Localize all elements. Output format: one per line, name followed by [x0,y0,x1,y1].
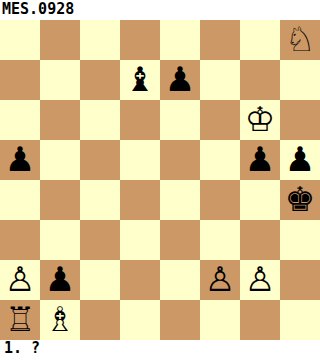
piece-black-king[interactable]: ♚ [285,179,315,219]
square-h1[interactable] [280,300,320,340]
square-f2[interactable]: ♙ [200,260,240,300]
square-b5[interactable] [40,140,80,180]
square-f5[interactable] [200,140,240,180]
square-c1[interactable] [80,300,120,340]
square-c7[interactable] [80,60,120,100]
piece-black-pawn[interactable]: ♟ [285,139,315,179]
square-e4[interactable] [160,180,200,220]
square-b3[interactable] [40,220,80,260]
square-a8[interactable] [0,20,40,60]
square-c2[interactable] [80,260,120,300]
square-g7[interactable] [240,60,280,100]
square-f1[interactable] [200,300,240,340]
square-a4[interactable] [0,180,40,220]
square-d2[interactable] [120,260,160,300]
puzzle-id-title: MES.0928 [2,0,74,20]
square-g4[interactable] [240,180,280,220]
square-c8[interactable] [80,20,120,60]
square-c6[interactable] [80,100,120,140]
square-g2[interactable]: ♙ [240,260,280,300]
piece-black-pawn[interactable]: ♟ [45,259,75,299]
chess-board: ♘♝♟♔♟♟♟♚♙♟♙♙♖♗ [0,20,320,340]
piece-white-king[interactable]: ♔ [245,99,275,139]
square-d5[interactable] [120,140,160,180]
piece-white-pawn[interactable]: ♙ [245,259,275,299]
square-e5[interactable] [160,140,200,180]
square-d6[interactable] [120,100,160,140]
piece-white-pawn[interactable]: ♙ [205,259,235,299]
square-b1[interactable]: ♗ [40,300,80,340]
square-c3[interactable] [80,220,120,260]
square-g3[interactable] [240,220,280,260]
piece-white-pawn[interactable]: ♙ [5,259,35,299]
square-f3[interactable] [200,220,240,260]
piece-black-pawn[interactable]: ♟ [165,59,195,99]
square-e7[interactable]: ♟ [160,60,200,100]
piece-white-bishop[interactable]: ♗ [45,299,75,339]
square-a7[interactable] [0,60,40,100]
square-c5[interactable] [80,140,120,180]
square-e2[interactable] [160,260,200,300]
square-e1[interactable] [160,300,200,340]
square-h3[interactable] [280,220,320,260]
square-d4[interactable] [120,180,160,220]
square-e8[interactable] [160,20,200,60]
square-c4[interactable] [80,180,120,220]
square-a3[interactable] [0,220,40,260]
square-a6[interactable] [0,100,40,140]
square-a5[interactable]: ♟ [0,140,40,180]
piece-black-pawn[interactable]: ♟ [5,139,35,179]
square-f4[interactable] [200,180,240,220]
square-f6[interactable] [200,100,240,140]
square-h8[interactable]: ♘ [280,20,320,60]
piece-black-pawn[interactable]: ♟ [245,139,275,179]
square-f7[interactable] [200,60,240,100]
square-b2[interactable]: ♟ [40,260,80,300]
square-f8[interactable] [200,20,240,60]
square-h4[interactable]: ♚ [280,180,320,220]
square-e6[interactable] [160,100,200,140]
square-h2[interactable] [280,260,320,300]
square-h6[interactable] [280,100,320,140]
square-g8[interactable] [240,20,280,60]
piece-black-bishop[interactable]: ♝ [125,59,155,99]
square-g5[interactable]: ♟ [240,140,280,180]
square-a2[interactable]: ♙ [0,260,40,300]
square-b8[interactable] [40,20,80,60]
piece-white-rook[interactable]: ♖ [5,299,35,339]
square-e3[interactable] [160,220,200,260]
square-g6[interactable]: ♔ [240,100,280,140]
square-a1[interactable]: ♖ [0,300,40,340]
move-prompt: 1. ? [4,338,40,360]
square-b4[interactable] [40,180,80,220]
square-d3[interactable] [120,220,160,260]
square-d1[interactable] [120,300,160,340]
square-g1[interactable] [240,300,280,340]
square-h7[interactable] [280,60,320,100]
square-d8[interactable] [120,20,160,60]
square-d7[interactable]: ♝ [120,60,160,100]
square-b7[interactable] [40,60,80,100]
square-h5[interactable]: ♟ [280,140,320,180]
square-b6[interactable] [40,100,80,140]
piece-white-knight[interactable]: ♘ [285,19,315,59]
